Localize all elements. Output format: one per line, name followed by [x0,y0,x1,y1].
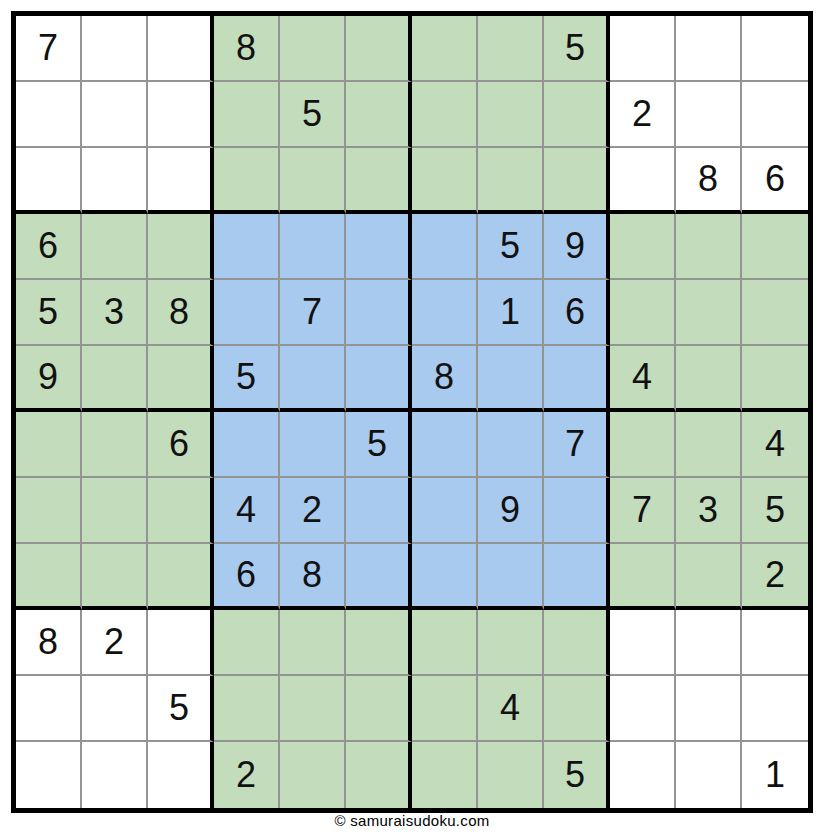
cell-r3c2[interactable] [82,148,148,214]
cell-r10c12[interactable] [742,610,808,676]
cell-r12c3[interactable] [148,742,214,808]
cell-r6c9[interactable] [544,346,610,412]
cell-r6c8[interactable] [478,346,544,412]
cell-r9c12[interactable]: 2 [742,544,808,610]
cell-r3c8[interactable] [478,148,544,214]
cell-r6c5[interactable] [280,346,346,412]
cell-r5c5[interactable]: 7 [280,280,346,346]
cell-r1c12[interactable] [742,16,808,82]
cell-r4c3[interactable] [148,214,214,280]
cell-r2c10[interactable]: 2 [610,82,676,148]
cell-r4c5[interactable] [280,214,346,280]
cell-r8c5[interactable]: 2 [280,478,346,544]
cell-r1c2[interactable] [82,16,148,82]
puzzle-page: 7855286659538716958465744297356828254251… [0,0,824,834]
cell-r9c5[interactable]: 8 [280,544,346,610]
cell-r10c8[interactable] [478,610,544,676]
cell-r10c1[interactable]: 8 [16,610,82,676]
cell-r11c10[interactable] [610,676,676,742]
cell-r9c4[interactable]: 6 [214,544,280,610]
cell-r8c10[interactable]: 7 [610,478,676,544]
cell-r7c12[interactable]: 4 [742,412,808,478]
cell-r9c6[interactable] [346,544,412,610]
cell-r11c12[interactable] [742,676,808,742]
cell-r4c4[interactable] [214,214,280,280]
cell-r3c9[interactable] [544,148,610,214]
cell-r1c5[interactable] [280,16,346,82]
cell-r7c11[interactable] [676,412,742,478]
cell-r7c9[interactable]: 7 [544,412,610,478]
cell-r9c8[interactable] [478,544,544,610]
cell-r4c8[interactable]: 5 [478,214,544,280]
cell-r5c7[interactable] [412,280,478,346]
cell-r2c9[interactable] [544,82,610,148]
cell-r3c12[interactable]: 6 [742,148,808,214]
cell-r1c3[interactable] [148,16,214,82]
cell-r11c4[interactable] [214,676,280,742]
cell-r12c1[interactable] [16,742,82,808]
cell-r1c8[interactable] [478,16,544,82]
cell-r5c10[interactable] [610,280,676,346]
copyright-watermark: © samuraisudoku.com [0,812,824,829]
cell-r10c2[interactable]: 2 [82,610,148,676]
cell-r3c3[interactable] [148,148,214,214]
cell-r2c11[interactable] [676,82,742,148]
cell-r11c1[interactable] [16,676,82,742]
cell-r4c2[interactable] [82,214,148,280]
cell-r12c7[interactable] [412,742,478,808]
cell-r10c10[interactable] [610,610,676,676]
cell-r10c6[interactable] [346,610,412,676]
cell-r6c6[interactable] [346,346,412,412]
cell-r7c2[interactable] [82,412,148,478]
cell-r2c2[interactable] [82,82,148,148]
cell-r12c2[interactable] [82,742,148,808]
cell-r11c9[interactable] [544,676,610,742]
cell-r6c1[interactable]: 9 [16,346,82,412]
cell-r8c11[interactable]: 3 [676,478,742,544]
cell-r9c2[interactable] [82,544,148,610]
cell-r12c12[interactable]: 1 [742,742,808,808]
cell-r12c6[interactable] [346,742,412,808]
cell-r11c6[interactable] [346,676,412,742]
cell-r3c7[interactable] [412,148,478,214]
cell-r1c4[interactable]: 8 [214,16,280,82]
cell-r5c6[interactable] [346,280,412,346]
cell-r1c10[interactable] [610,16,676,82]
cell-r9c1[interactable] [16,544,82,610]
cell-r3c10[interactable] [610,148,676,214]
cell-r9c7[interactable] [412,544,478,610]
cell-r5c11[interactable] [676,280,742,346]
cell-r10c5[interactable] [280,610,346,676]
cell-r9c10[interactable] [610,544,676,610]
cell-r6c12[interactable] [742,346,808,412]
cell-r6c3[interactable] [148,346,214,412]
cell-r12c4[interactable]: 2 [214,742,280,808]
cell-r7c7[interactable] [412,412,478,478]
cell-r10c4[interactable] [214,610,280,676]
cell-r6c4[interactable]: 5 [214,346,280,412]
cell-r3c4[interactable] [214,148,280,214]
cell-r6c7[interactable]: 8 [412,346,478,412]
cell-r1c7[interactable] [412,16,478,82]
cell-r7c10[interactable] [610,412,676,478]
cell-r12c10[interactable] [610,742,676,808]
cell-r7c1[interactable] [16,412,82,478]
cell-r5c9[interactable]: 6 [544,280,610,346]
cell-r9c9[interactable] [544,544,610,610]
cell-r6c2[interactable] [82,346,148,412]
cell-r8c7[interactable] [412,478,478,544]
cell-r4c11[interactable] [676,214,742,280]
cell-r1c1[interactable]: 7 [16,16,82,82]
cell-r2c5[interactable]: 5 [280,82,346,148]
cell-r8c3[interactable] [148,478,214,544]
cell-r2c1[interactable] [16,82,82,148]
cell-r3c1[interactable] [16,148,82,214]
cell-r2c7[interactable] [412,82,478,148]
cell-r6c11[interactable] [676,346,742,412]
cell-r5c8[interactable]: 1 [478,280,544,346]
cell-r11c5[interactable] [280,676,346,742]
cell-r2c8[interactable] [478,82,544,148]
cell-r8c2[interactable] [82,478,148,544]
cell-r5c4[interactable] [214,280,280,346]
cell-r11c2[interactable] [82,676,148,742]
cell-r10c11[interactable] [676,610,742,676]
cell-r10c7[interactable] [412,610,478,676]
cell-r4c6[interactable] [346,214,412,280]
cell-r11c11[interactable] [676,676,742,742]
cell-r2c12[interactable] [742,82,808,148]
cell-r10c9[interactable] [544,610,610,676]
cell-r7c4[interactable] [214,412,280,478]
cell-r4c12[interactable] [742,214,808,280]
cell-r5c2[interactable]: 3 [82,280,148,346]
cell-r5c3[interactable]: 8 [148,280,214,346]
cell-r5c1[interactable]: 5 [16,280,82,346]
cell-r4c10[interactable] [610,214,676,280]
cell-r7c6[interactable]: 5 [346,412,412,478]
cell-r12c9[interactable]: 5 [544,742,610,808]
cell-r7c8[interactable] [478,412,544,478]
cell-r4c7[interactable] [412,214,478,280]
cell-r12c8[interactable] [478,742,544,808]
cell-r8c8[interactable]: 9 [478,478,544,544]
cell-r11c7[interactable] [412,676,478,742]
cell-r4c1[interactable]: 6 [16,214,82,280]
cell-r8c4[interactable]: 4 [214,478,280,544]
cell-r8c12[interactable]: 5 [742,478,808,544]
cell-r9c3[interactable] [148,544,214,610]
cell-r8c1[interactable] [16,478,82,544]
cell-r1c9[interactable]: 5 [544,16,610,82]
cell-r3c5[interactable] [280,148,346,214]
cell-r12c11[interactable] [676,742,742,808]
cell-r8c6[interactable] [346,478,412,544]
cell-r3c6[interactable] [346,148,412,214]
cell-r8c9[interactable] [544,478,610,544]
cell-r7c5[interactable] [280,412,346,478]
cell-r2c6[interactable] [346,82,412,148]
cell-r2c3[interactable] [148,82,214,148]
cell-r3c11[interactable]: 8 [676,148,742,214]
cell-r12c5[interactable] [280,742,346,808]
cell-r6c10[interactable]: 4 [610,346,676,412]
cell-r11c3[interactable]: 5 [148,676,214,742]
cell-r10c3[interactable] [148,610,214,676]
cell-r1c6[interactable] [346,16,412,82]
cell-r7c3[interactable]: 6 [148,412,214,478]
sudoku-board: 7855286659538716958465744297356828254251 [11,11,813,813]
cell-r9c11[interactable] [676,544,742,610]
cell-r1c11[interactable] [676,16,742,82]
cell-r11c8[interactable]: 4 [478,676,544,742]
cell-r4c9[interactable]: 9 [544,214,610,280]
cell-r2c4[interactable] [214,82,280,148]
cell-r5c12[interactable] [742,280,808,346]
